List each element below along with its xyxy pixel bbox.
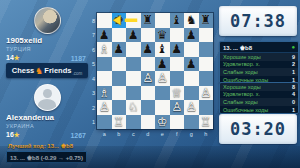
square-c4[interactable] (126, 71, 141, 86)
stat-label: Ошибочные ходы (223, 107, 268, 113)
square-e1[interactable]: ♔ (155, 115, 170, 130)
square-h5[interactable] (199, 57, 214, 72)
file-label-f: f (170, 131, 185, 137)
clock-top: 07:38 (219, 6, 297, 36)
chessfriends-logo[interactable]: Chess ♞ Friends .com (6, 63, 88, 78)
best-move-text: Лучший ход: 13... ♚b8 (8, 142, 73, 149)
square-g4[interactable] (184, 71, 199, 86)
square-f7[interactable] (170, 28, 185, 43)
square-d6[interactable]: ♟ (141, 42, 156, 57)
black-piece-r-h8: ♜ (200, 14, 211, 26)
white-piece-p-g2: ♙ (186, 101, 197, 113)
chessfriends-game-screen: 1905xelid ТУРЦИЯ 14★ 1187 Chess ♞ Friend… (0, 0, 300, 168)
square-f1[interactable] (170, 115, 185, 130)
stat-row: Слабые ходы0 (220, 98, 298, 106)
square-a3[interactable]: ♗ (97, 86, 112, 101)
square-g8[interactable]: ♞ (184, 13, 199, 28)
avatar[interactable] (34, 7, 61, 34)
square-f4[interactable] (170, 71, 185, 86)
white-piece-b-a6: ♗ (99, 43, 110, 55)
black-piece-n-g8: ♞ (186, 14, 197, 26)
square-g3[interactable] (184, 86, 199, 101)
logo-text-chess: Chess (12, 66, 35, 75)
white-piece-p-h3: ♙ (200, 87, 211, 99)
square-a1[interactable] (97, 115, 112, 130)
player-card-bottom: Alexanderua УКРАИНА 16★ 1267 (6, 84, 88, 139)
stat-row: Слабые ходы1 (220, 68, 298, 76)
square-a8[interactable] (97, 13, 112, 28)
square-c6[interactable] (126, 42, 141, 57)
stat-value: 4 (292, 91, 295, 97)
square-b2[interactable] (112, 100, 127, 115)
black-piece-p-b6: ♟ (113, 43, 124, 55)
square-c7[interactable]: ♟ (126, 28, 141, 43)
square-h1[interactable]: ♖ (199, 115, 214, 130)
rank-label-4: 4 (89, 76, 95, 82)
stat-value: 8 (292, 84, 295, 90)
rank-label-2: 2 (89, 105, 95, 111)
rank-label-1: 1 (89, 119, 95, 125)
square-c1[interactable] (126, 115, 141, 130)
file-label-h: h (199, 131, 214, 137)
black-piece-b-f8: ♝ (171, 14, 182, 26)
square-d2[interactable] (141, 100, 156, 115)
stat-value: 1 (292, 69, 295, 75)
black-piece-p-a7: ♟ (99, 29, 110, 41)
stat-label: Хорошие ходы (223, 84, 261, 90)
white-piece-p-f2: ♙ (171, 101, 182, 113)
square-e4[interactable]: ♙ (155, 71, 170, 86)
white-piece-k-e1: ♔ (157, 116, 168, 128)
chess-board: ♚♜♝♞♜♟♟♛♟♗♟♟♝♟♟♟♙♙♗♕♙♙♘♙♙♖♔♖ 87654321abc… (97, 13, 213, 129)
square-a5[interactable] (97, 57, 112, 72)
logo-text-com: .com (72, 71, 82, 76)
square-d7[interactable] (141, 28, 156, 43)
square-g7[interactable]: ♟ (184, 28, 199, 43)
square-e2[interactable] (155, 100, 170, 115)
square-e8[interactable] (155, 13, 170, 28)
star-icon: ★ (14, 131, 20, 138)
stat-row: Хорошие ходы8 (220, 83, 298, 91)
square-h8[interactable]: ♜ (199, 13, 214, 28)
square-e3[interactable] (155, 86, 170, 101)
black-piece-r-d8: ♜ (142, 14, 153, 26)
square-b4[interactable] (112, 71, 127, 86)
black-piece-k-b8: ♚ (113, 14, 124, 26)
square-f5[interactable] (170, 57, 185, 72)
rank-label-6: 6 (89, 47, 95, 53)
player-rating: 1267 (70, 132, 86, 139)
square-e6[interactable]: ♝ (155, 42, 170, 57)
square-a6[interactable]: ♗ (97, 42, 112, 57)
file-label-g: g (184, 131, 199, 137)
rank-label-7: 7 (89, 32, 95, 38)
square-b6[interactable]: ♟ (112, 42, 127, 57)
stat-label: Слабые ходы (223, 99, 258, 105)
white-piece-p-d4: ♙ (142, 72, 153, 84)
stat-value: 1 (292, 107, 295, 113)
square-h3[interactable]: ♙ (199, 86, 214, 101)
stat-row: Хорошие ходы9 (220, 53, 298, 61)
white-piece-r-b1: ♖ (113, 116, 124, 128)
player-country: УКРАИНА (6, 123, 88, 129)
stat-label: Удовлетвор. х. (223, 91, 260, 97)
player-level: 16★ (6, 131, 20, 139)
square-a2[interactable]: ♙ (97, 100, 112, 115)
avatar[interactable] (34, 84, 61, 111)
square-c8[interactable] (126, 13, 141, 28)
played-move-eval: 13. ... ♚b8 (-0.29 → +0.75) (6, 151, 87, 163)
square-d1[interactable] (141, 115, 156, 130)
black-piece-p-g5: ♟ (186, 58, 197, 70)
square-b7[interactable] (112, 28, 127, 43)
square-c5[interactable] (126, 57, 141, 72)
rank-label-3: 3 (89, 90, 95, 96)
square-b5[interactable] (112, 57, 127, 72)
player-rating: 1187 (71, 55, 86, 62)
black-piece-p-e5: ♟ (157, 58, 168, 70)
stat-row: Удовлетвор. х.2 (220, 61, 298, 69)
person-icon (43, 89, 52, 98)
file-label-d: d (141, 131, 156, 137)
analysis-panel-top: 13. ... ♚b8 ● Хорошие ходы9Удовлетвор. х… (219, 41, 299, 84)
stat-value: 2 (292, 61, 295, 67)
analysis-panel-bottom: Хорошие ходы8Удовлетвор. х.4Слабые ходы0… (219, 82, 299, 114)
black-piece-p-g7: ♟ (186, 29, 197, 41)
square-g2[interactable]: ♙ (184, 100, 199, 115)
square-d8[interactable]: ♜ (141, 13, 156, 28)
player-level: 14★ (6, 54, 20, 62)
square-b3[interactable] (112, 86, 127, 101)
square-f3[interactable]: ♕ (170, 86, 185, 101)
square-h4[interactable] (199, 71, 214, 86)
knight-logo-icon: ♞ (35, 67, 43, 75)
black-piece-b-e6: ♝ (157, 43, 168, 55)
square-e7[interactable]: ♛ (155, 28, 170, 43)
square-h7[interactable] (199, 28, 214, 43)
stat-value: 9 (292, 54, 295, 60)
player-name[interactable]: 1905xelid (6, 36, 88, 45)
move-quality-dot-icon: ● (291, 44, 295, 50)
white-piece-q-f3: ♕ (171, 87, 182, 99)
square-g5[interactable]: ♟ (184, 57, 199, 72)
square-g6[interactable] (184, 42, 199, 57)
white-piece-r-h1: ♖ (200, 116, 211, 128)
square-e5[interactable]: ♟ (155, 57, 170, 72)
square-f8[interactable]: ♝ (170, 13, 185, 28)
black-piece-p-c7: ♟ (128, 29, 139, 41)
black-piece-q-e7: ♛ (157, 29, 168, 41)
square-g1[interactable] (184, 115, 199, 130)
square-d5[interactable] (141, 57, 156, 72)
stat-label: Удовлетвор. х. (223, 61, 260, 67)
square-d3[interactable] (141, 86, 156, 101)
square-h2[interactable] (199, 100, 214, 115)
square-f6[interactable]: ♟ (170, 42, 185, 57)
file-label-e: e (155, 131, 170, 137)
square-d4[interactable]: ♙ (141, 71, 156, 86)
rank-label-5: 5 (89, 61, 95, 67)
file-label-c: c (126, 131, 141, 137)
player-name[interactable]: Alexanderua (6, 113, 88, 122)
player-card-top: 1905xelid ТУРЦИЯ 14★ 1187 (6, 7, 88, 62)
file-label-a: a (97, 131, 112, 137)
stat-row: Удовлетвор. х.4 (220, 91, 298, 99)
square-c3[interactable] (126, 86, 141, 101)
white-piece-p-a2: ♙ (99, 101, 110, 113)
player-country: ТУРЦИЯ (6, 46, 88, 52)
stat-label: Хорошие ходы (223, 54, 261, 60)
clock-bottom: 03:20 (219, 114, 297, 144)
stat-label: Слабые ходы (223, 69, 258, 75)
file-label-b: b (112, 131, 127, 137)
star-icon: ★ (14, 54, 20, 61)
square-a7[interactable]: ♟ (97, 28, 112, 43)
rank-label-8: 8 (89, 18, 95, 24)
black-piece-p-f6: ♟ (171, 43, 182, 55)
square-a4[interactable] (97, 71, 112, 86)
square-f2[interactable]: ♙ (170, 100, 185, 115)
stat-row: Ошибочные ходы1 (220, 106, 298, 114)
white-piece-p-e4: ♙ (157, 72, 168, 84)
stat-value: 0 (292, 99, 295, 105)
logo-text-friends: Friends (44, 66, 71, 75)
black-piece-p-d6: ♟ (142, 43, 153, 55)
square-b1[interactable]: ♖ (112, 115, 127, 130)
last-move-label: 13. ... ♚b8 (223, 44, 252, 51)
square-h6[interactable] (199, 42, 214, 57)
white-piece-b-a3: ♗ (99, 87, 110, 99)
square-b8[interactable]: ♚ (112, 13, 127, 28)
white-piece-n-c2: ♘ (128, 101, 139, 113)
square-c2[interactable]: ♘ (126, 100, 141, 115)
